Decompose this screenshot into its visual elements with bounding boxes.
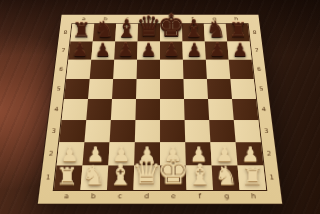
square-c7[interactable]: ♟ — [114, 41, 137, 59]
rank-label-left-7: 7 — [56, 41, 70, 59]
square-g3[interactable] — [209, 120, 235, 142]
square-b1[interactable]: ♞ — [80, 165, 108, 189]
rank-label-right-3: 3 — [258, 120, 274, 142]
square-f4[interactable] — [184, 99, 209, 120]
square-a1[interactable]: ♜ — [54, 165, 83, 189]
white-bishop-f1[interactable]: ♝ — [187, 160, 213, 189]
board-scene: ♜♞♝♛♚♝♞♜♟♟♟♟♟♟♟♟♟♟♟♟♟♟♟♟♜♞♝♛♚♝♞♜ aabbccd… — [0, 0, 320, 214]
file-label-bottom-b: b — [79, 190, 107, 204]
square-b3[interactable] — [84, 120, 110, 142]
black-pawn-d7[interactable]: ♟ — [140, 41, 156, 59]
square-f7[interactable]: ♟ — [182, 41, 205, 59]
square-g1[interactable]: ♞ — [212, 165, 240, 189]
square-b5[interactable] — [88, 79, 113, 99]
square-e1[interactable]: ♚ — [160, 165, 187, 189]
file-label-bottom-h: h — [240, 190, 268, 204]
square-c3[interactable] — [110, 120, 136, 142]
white-king-e1[interactable]: ♚ — [157, 152, 190, 188]
square-c1[interactable]: ♝ — [107, 165, 134, 189]
black-bishop-c8[interactable]: ♝ — [116, 16, 138, 40]
black-pawn-c7[interactable]: ♟ — [118, 41, 134, 59]
square-h6[interactable] — [229, 60, 254, 79]
square-d6[interactable] — [137, 60, 160, 79]
square-d5[interactable] — [136, 79, 160, 99]
square-h5[interactable] — [230, 79, 256, 99]
rank-label-right-1: 1 — [263, 165, 280, 189]
black-knight-g8[interactable]: ♞ — [206, 18, 226, 40]
black-pawn-e7[interactable]: ♟ — [163, 41, 179, 59]
rank-label-right-5: 5 — [254, 79, 269, 99]
rank-label-right-6: 6 — [252, 60, 267, 79]
white-pawn-a2[interactable]: ♟ — [60, 144, 78, 164]
square-f3[interactable] — [185, 120, 211, 142]
black-king-e8[interactable]: ♚ — [157, 10, 185, 41]
white-knight-g1[interactable]: ♞ — [214, 162, 238, 188]
square-h3[interactable] — [234, 120, 261, 142]
rank-label-right-4: 4 — [256, 99, 272, 120]
square-e4[interactable] — [160, 99, 185, 120]
square-e3[interactable] — [160, 120, 185, 142]
white-rook-a1[interactable]: ♜ — [56, 165, 78, 189]
black-rook-h8[interactable]: ♜ — [229, 20, 247, 41]
square-c4[interactable] — [111, 99, 136, 120]
square-c5[interactable] — [112, 79, 137, 99]
square-e6[interactable] — [160, 60, 183, 79]
square-d4[interactable] — [135, 99, 160, 120]
file-label-bottom-e: e — [160, 190, 187, 204]
chess-board: ♜♞♝♛♚♝♞♜♟♟♟♟♟♟♟♟♟♟♟♟♟♟♟♟♜♞♝♛♚♝♞♜ aabbccd… — [38, 15, 282, 204]
black-bishop-f8[interactable]: ♝ — [183, 16, 205, 40]
square-e7[interactable]: ♟ — [160, 41, 183, 59]
file-label-bottom-c: c — [106, 190, 133, 204]
white-rook-h1[interactable]: ♜ — [242, 165, 264, 189]
square-a7[interactable]: ♟ — [68, 41, 92, 59]
square-e5[interactable] — [160, 79, 184, 99]
square-b6[interactable] — [90, 60, 115, 79]
rank-label-left-4: 4 — [48, 99, 64, 120]
black-rook-a8[interactable]: ♜ — [72, 20, 90, 41]
rank-label-left-3: 3 — [46, 120, 62, 142]
file-label-bottom-a: a — [52, 190, 80, 204]
square-g4[interactable] — [208, 99, 234, 120]
rank-label-right-7: 7 — [250, 41, 264, 59]
black-pawn-b7[interactable]: ♟ — [95, 41, 111, 59]
rank-label-left-1: 1 — [40, 165, 57, 189]
square-f6[interactable] — [183, 60, 207, 79]
square-h4[interactable] — [232, 99, 258, 120]
black-pawn-f7[interactable]: ♟ — [186, 41, 202, 59]
black-pawn-a7[interactable]: ♟ — [72, 41, 88, 59]
rank-label-right-8: 8 — [248, 24, 262, 42]
square-b7[interactable]: ♟ — [91, 41, 115, 59]
file-label-bottom-d: d — [133, 190, 160, 204]
square-d7[interactable]: ♟ — [137, 41, 160, 59]
white-knight-b1[interactable]: ♞ — [82, 162, 106, 188]
square-a5[interactable] — [64, 79, 90, 99]
chessboard-photo: ♜♞♝♛♚♝♞♜♟♟♟♟♟♟♟♟♟♟♟♟♟♟♟♟♜♞♝♛♚♝♞♜ aabbccd… — [0, 0, 320, 214]
square-a3[interactable] — [59, 120, 86, 142]
black-pawn-g7[interactable]: ♟ — [209, 41, 225, 59]
square-h1[interactable]: ♜ — [238, 165, 267, 189]
white-bishop-c1[interactable]: ♝ — [107, 160, 133, 189]
square-a6[interactable] — [66, 60, 91, 79]
square-f5[interactable] — [183, 79, 208, 99]
square-g5[interactable] — [207, 79, 232, 99]
rank-label-left-5: 5 — [51, 79, 66, 99]
rank-label-left-8: 8 — [58, 24, 72, 42]
square-c6[interactable] — [113, 60, 137, 79]
square-b4[interactable] — [86, 99, 112, 120]
board-grid: ♜♞♝♛♚♝♞♜♟♟♟♟♟♟♟♟♟♟♟♟♟♟♟♟♜♞♝♛♚♝♞♜ — [54, 24, 266, 190]
square-d3[interactable] — [135, 120, 160, 142]
black-knight-b8[interactable]: ♞ — [94, 18, 114, 40]
square-f1[interactable]: ♝ — [186, 165, 213, 189]
rank-label-left-6: 6 — [54, 60, 69, 79]
square-g6[interactable] — [206, 60, 231, 79]
file-label-bottom-f: f — [187, 190, 214, 204]
file-label-bottom-g: g — [213, 190, 241, 204]
white-pawn-h2[interactable]: ♟ — [241, 144, 259, 164]
square-g7[interactable]: ♟ — [205, 41, 229, 59]
square-h7[interactable]: ♟ — [227, 41, 251, 59]
square-a4[interactable] — [62, 99, 88, 120]
black-pawn-h7[interactable]: ♟ — [232, 41, 248, 59]
